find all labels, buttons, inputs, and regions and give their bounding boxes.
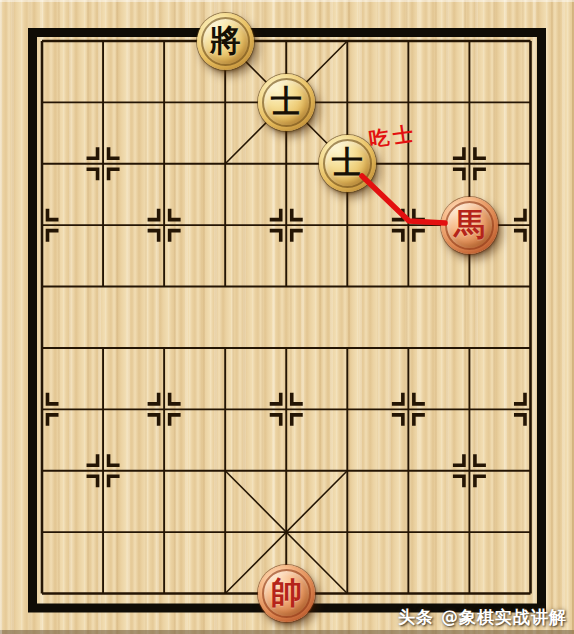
piece-black-advisor-2[interactable]: 士 [319,135,376,192]
piece-glyph: 馬 [454,209,485,240]
piece-black-general[interactable]: 將 [197,13,254,70]
piece-glyph: 士 [332,147,363,178]
piece-glyph: 士 [271,86,302,117]
pieces-layer: 將士士馬帥 [0,0,574,634]
xiangqi-board[interactable]: 將士士馬帥 吃士 头条 @象棋实战讲解 [0,0,574,634]
watermark: 头条 @象棋实战讲解 [398,606,567,629]
piece-black-advisor-1[interactable]: 士 [258,74,315,131]
piece-glyph: 帥 [271,577,302,608]
piece-red-horse[interactable]: 馬 [441,197,498,254]
piece-glyph: 將 [210,25,241,56]
piece-red-general[interactable]: 帥 [258,565,315,622]
